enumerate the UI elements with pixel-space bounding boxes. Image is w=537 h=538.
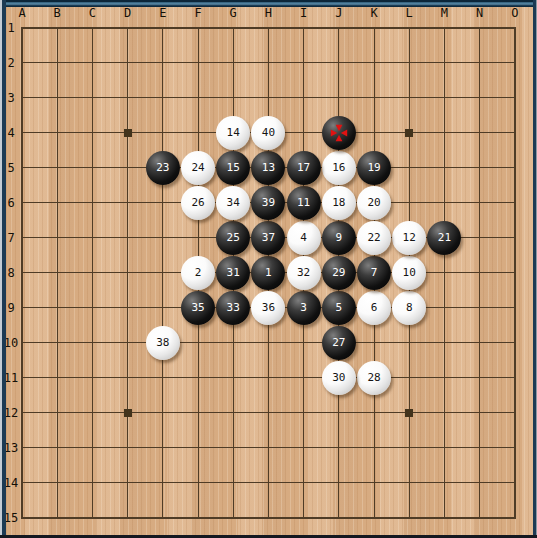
stone-white-H4: 40 [251, 116, 285, 150]
stone-number: 39 [262, 197, 275, 208]
stone-number: 4 [300, 232, 307, 243]
row-label: 6 [7, 197, 14, 209]
stone-number: 31 [227, 267, 240, 278]
stone-number: 20 [367, 197, 380, 208]
stone-number: 25 [227, 232, 240, 243]
column-label: A [18, 7, 25, 19]
column-label: D [124, 7, 131, 19]
column-label: H [265, 7, 272, 19]
stone-white-L9: 8 [392, 291, 426, 325]
stone-number: 22 [367, 232, 380, 243]
column-label: K [370, 7, 377, 19]
stone-white-K6: 20 [357, 186, 391, 220]
stone-white-G6: 34 [216, 186, 250, 220]
stone-number: 11 [297, 197, 310, 208]
stone-number: 5 [335, 302, 342, 313]
stone-white-F8: 2 [181, 256, 215, 290]
column-label: I [300, 7, 307, 19]
stone-number: 18 [332, 197, 345, 208]
stone-number: 38 [156, 337, 169, 348]
stone-white-I7: 4 [287, 221, 321, 255]
stone-number: 10 [403, 267, 416, 278]
stone-number: 29 [332, 267, 345, 278]
stone-number: 3 [300, 302, 307, 313]
stone-black-H7: 37 [251, 221, 285, 255]
stone-number: 7 [371, 267, 378, 278]
row-label: 2 [7, 57, 14, 69]
stone-black-I5: 17 [287, 151, 321, 185]
stone-black-H8: 1 [251, 256, 285, 290]
stone-black-G5: 15 [216, 151, 250, 185]
stone-black-G8: 31 [216, 256, 250, 290]
stone-number: 36 [262, 302, 275, 313]
stone-number: 35 [191, 302, 204, 313]
row-label: 9 [7, 302, 14, 314]
column-label: O [511, 7, 518, 19]
stone-number: 24 [191, 162, 204, 173]
stone-black-K8: 7 [357, 256, 391, 290]
stone-number: 37 [262, 232, 275, 243]
star-point [405, 129, 413, 137]
stone-number: 33 [227, 302, 240, 313]
stone-number: 16 [332, 162, 345, 173]
stone-white-E10: 38 [146, 326, 180, 360]
stone-number: 2 [195, 267, 202, 278]
column-label: M [441, 7, 448, 19]
last-move-marker-icon [330, 124, 348, 142]
column-label: F [194, 7, 201, 19]
row-label: 4 [7, 127, 14, 139]
row-label: 3 [7, 92, 14, 104]
stone-white-K11: 28 [357, 361, 391, 395]
star-point [405, 409, 413, 417]
row-label: 8 [7, 267, 14, 279]
stone-black-I6: 11 [287, 186, 321, 220]
stone-black-J8: 29 [322, 256, 356, 290]
stone-black-H6: 39 [251, 186, 285, 220]
stone-number: 12 [403, 232, 416, 243]
stone-number: 14 [227, 127, 240, 138]
stone-white-J6: 18 [322, 186, 356, 220]
stone-number: 13 [262, 162, 275, 173]
stone-white-K7: 22 [357, 221, 391, 255]
stone-black-F9: 35 [181, 291, 215, 325]
stone-number: 21 [438, 232, 451, 243]
stone-black-J9: 5 [322, 291, 356, 325]
row-label: 7 [7, 232, 14, 244]
stone-white-I8: 32 [287, 256, 321, 290]
stone-black-G7: 25 [216, 221, 250, 255]
stone-black-K5: 19 [357, 151, 391, 185]
window-right-border [533, 0, 537, 538]
stone-number: 32 [297, 267, 310, 278]
row-label: 1 [7, 22, 14, 34]
row-label: 5 [7, 162, 14, 174]
stone-white-G4: 14 [216, 116, 250, 150]
stone-white-L8: 10 [392, 256, 426, 290]
column-label: B [54, 7, 61, 19]
stone-white-F6: 26 [181, 186, 215, 220]
column-label: C [89, 7, 96, 19]
stone-number: 1 [265, 267, 272, 278]
stone-number: 34 [227, 197, 240, 208]
stone-black-J10: 27 [322, 326, 356, 360]
stone-number: 15 [227, 162, 240, 173]
stone-white-F5: 24 [181, 151, 215, 185]
stone-number: 30 [332, 372, 345, 383]
stone-number: 8 [406, 302, 413, 313]
stone-number: 27 [332, 337, 345, 348]
stone-white-H9: 36 [251, 291, 285, 325]
stone-black-J7: 9 [322, 221, 356, 255]
stone-black-I9: 3 [287, 291, 321, 325]
window-left-border [0, 0, 6, 538]
stone-black-M7: 21 [427, 221, 461, 255]
star-point [124, 409, 132, 417]
stone-white-J5: 16 [322, 151, 356, 185]
window-title-bar [0, 0, 537, 7]
stone-black-H5: 13 [251, 151, 285, 185]
stone-white-L7: 12 [392, 221, 426, 255]
stone-number: 26 [191, 197, 204, 208]
column-label: N [476, 7, 483, 19]
star-point [124, 129, 132, 137]
stone-number: 19 [367, 162, 380, 173]
stone-number: 6 [371, 302, 378, 313]
stone-white-K9: 6 [357, 291, 391, 325]
column-label: L [406, 7, 413, 19]
game-window: ABCDEFGHIJKLMNO 123456789101112131415 12… [0, 0, 537, 538]
stone-number: 28 [367, 372, 380, 383]
stone-black-J4 [322, 116, 356, 150]
stone-number: 40 [262, 127, 275, 138]
stone-number: 23 [156, 162, 169, 173]
stone-white-J11: 30 [322, 361, 356, 395]
stone-black-E5: 23 [146, 151, 180, 185]
column-label: G [230, 7, 237, 19]
stone-black-G9: 33 [216, 291, 250, 325]
stone-number: 9 [335, 232, 342, 243]
column-label: E [159, 7, 166, 19]
column-label: J [335, 7, 342, 19]
stone-number: 17 [297, 162, 310, 173]
